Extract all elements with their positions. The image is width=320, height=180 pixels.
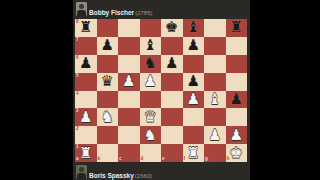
square-g7[interactable] bbox=[204, 37, 226, 55]
square-g3[interactable] bbox=[204, 108, 226, 126]
square-f7[interactable]: ♟ bbox=[183, 37, 205, 55]
avatar-body-icon bbox=[77, 10, 86, 16]
square-d1[interactable]: d bbox=[140, 144, 162, 162]
file-label-d: d bbox=[141, 157, 144, 162]
black-pawn-f5[interactable]: ♟ bbox=[183, 73, 205, 91]
player-line-bottom: Boris Spassky(2660) bbox=[89, 165, 152, 180]
square-e4[interactable] bbox=[161, 91, 183, 109]
square-d3[interactable]: ♛ bbox=[140, 108, 162, 126]
avatar-head-icon bbox=[79, 167, 84, 172]
player-info-bottom: Boris Spassky(2660) ♟♟♞ bbox=[89, 163, 152, 180]
player-name-bottom: Boris Spassky bbox=[89, 172, 134, 179]
file-label-c: c bbox=[119, 157, 122, 162]
square-a1[interactable]: 1a♜ bbox=[75, 144, 97, 162]
square-b7[interactable]: ♟ bbox=[97, 37, 119, 55]
square-e3[interactable] bbox=[161, 108, 183, 126]
square-b6[interactable] bbox=[97, 55, 119, 73]
square-e7[interactable] bbox=[161, 37, 183, 55]
square-a2[interactable]: 2 bbox=[75, 126, 97, 144]
square-a4[interactable]: 4 bbox=[75, 91, 97, 109]
square-c7[interactable] bbox=[118, 37, 140, 55]
square-b4[interactable] bbox=[97, 91, 119, 109]
square-d5[interactable]: ♟ bbox=[140, 73, 162, 91]
square-b8[interactable] bbox=[97, 19, 119, 37]
avatar-body-icon bbox=[77, 173, 86, 179]
black-pawn-e6[interactable]: ♟ bbox=[161, 55, 183, 73]
chess-board[interactable]: 8♜♚♝♜7♟♝♟6♟♞♟5♛♟♟♟4♟♝♟3♟♞♛2♞♟♟1a♜bcdef♜g… bbox=[75, 19, 247, 162]
player-rating-top: (2785) bbox=[135, 10, 152, 16]
square-b3[interactable]: ♞ bbox=[97, 108, 119, 126]
player-avatar-top[interactable] bbox=[76, 2, 87, 16]
black-king-e8[interactable]: ♚ bbox=[161, 19, 183, 37]
content-column: Bobby Fischer(2785) ♙♙♗ 8♜♚♝♜7♟♝♟6♟♞♟5♛♟… bbox=[73, 0, 250, 180]
square-g4[interactable]: ♝ bbox=[204, 91, 226, 109]
white-king-h1[interactable]: ♚ bbox=[226, 144, 248, 162]
file-label-e: e bbox=[162, 157, 165, 162]
rank-label-2: 2 bbox=[76, 127, 79, 132]
square-e6[interactable]: ♟ bbox=[161, 55, 183, 73]
black-rook-a8[interactable]: ♜ bbox=[75, 19, 97, 37]
white-queen-d3[interactable]: ♛ bbox=[140, 108, 162, 126]
white-pawn-c5[interactable]: ♟ bbox=[118, 73, 140, 91]
square-g6[interactable] bbox=[204, 55, 226, 73]
white-knight-b3[interactable]: ♞ bbox=[97, 108, 119, 126]
square-d7[interactable]: ♝ bbox=[140, 37, 162, 55]
player-bar-bottom: Boris Spassky(2660) ♟♟♞ bbox=[73, 163, 250, 180]
rank-label-5: 5 bbox=[76, 74, 79, 79]
player-avatar-bottom[interactable] bbox=[76, 165, 87, 179]
black-pawn-a6[interactable]: ♟ bbox=[75, 55, 97, 73]
white-pawn-h2[interactable]: ♟ bbox=[226, 126, 248, 144]
square-c3[interactable] bbox=[118, 108, 140, 126]
avatar-head-icon bbox=[79, 4, 84, 9]
white-pawn-f4[interactable]: ♟ bbox=[183, 91, 205, 109]
square-d4[interactable] bbox=[140, 91, 162, 109]
video-frame: Bobby Fischer(2785) ♙♙♗ 8♜♚♝♜7♟♝♟6♟♞♟5♛♟… bbox=[0, 0, 320, 180]
square-f4[interactable]: ♟ bbox=[183, 91, 205, 109]
square-e5[interactable] bbox=[161, 73, 183, 91]
black-rook-h8[interactable]: ♜ bbox=[226, 19, 248, 37]
square-h8[interactable]: ♜ bbox=[226, 19, 248, 37]
file-label-g: g bbox=[205, 157, 208, 162]
square-h1[interactable]: h♚ bbox=[226, 144, 248, 162]
square-a8[interactable]: 8♜ bbox=[75, 19, 97, 37]
square-f1[interactable]: f♜ bbox=[183, 144, 205, 162]
square-h6[interactable] bbox=[226, 55, 248, 73]
square-a6[interactable]: 6♟ bbox=[75, 55, 97, 73]
square-b5[interactable]: ♛ bbox=[97, 73, 119, 91]
file-label-b: b bbox=[98, 157, 101, 162]
square-h5[interactable] bbox=[226, 73, 248, 91]
square-a5[interactable]: 5 bbox=[75, 73, 97, 91]
black-knight-d6[interactable]: ♞ bbox=[140, 55, 162, 73]
square-f3[interactable] bbox=[183, 108, 205, 126]
square-a3[interactable]: 3♟ bbox=[75, 108, 97, 126]
rank-label-4: 4 bbox=[76, 92, 79, 97]
white-pawn-g2[interactable]: ♟ bbox=[204, 126, 226, 144]
square-c8[interactable] bbox=[118, 19, 140, 37]
square-f5[interactable]: ♟ bbox=[183, 73, 205, 91]
player-bar-top: Bobby Fischer(2785) ♙♙♗ bbox=[73, 0, 250, 19]
white-rook-a1[interactable]: ♜ bbox=[75, 144, 97, 162]
square-c1[interactable]: c bbox=[118, 144, 140, 162]
black-pawn-f7[interactable]: ♟ bbox=[183, 37, 205, 55]
square-c5[interactable]: ♟ bbox=[118, 73, 140, 91]
square-d6[interactable]: ♞ bbox=[140, 55, 162, 73]
square-b2[interactable] bbox=[97, 126, 119, 144]
white-knight-d2[interactable]: ♞ bbox=[140, 126, 162, 144]
black-pawn-h4[interactable]: ♟ bbox=[226, 91, 248, 109]
black-bishop-f8[interactable]: ♝ bbox=[183, 19, 205, 37]
rank-label-7: 7 bbox=[76, 38, 79, 43]
black-bishop-d7[interactable]: ♝ bbox=[140, 37, 162, 55]
square-g2[interactable]: ♟ bbox=[204, 126, 226, 144]
player-rating-bottom: (2660) bbox=[135, 173, 152, 179]
white-pawn-a3[interactable]: ♟ bbox=[75, 108, 97, 126]
square-g5[interactable] bbox=[204, 73, 226, 91]
square-f6[interactable] bbox=[183, 55, 205, 73]
square-c4[interactable] bbox=[118, 91, 140, 109]
square-e2[interactable] bbox=[161, 126, 183, 144]
black-queen-b5[interactable]: ♛ bbox=[97, 73, 119, 91]
square-e1[interactable]: e bbox=[161, 144, 183, 162]
square-h4[interactable]: ♟ bbox=[226, 91, 248, 109]
square-h3[interactable] bbox=[226, 108, 248, 126]
square-h2[interactable]: ♟ bbox=[226, 126, 248, 144]
square-h7[interactable] bbox=[226, 37, 248, 55]
black-pawn-b7[interactable]: ♟ bbox=[97, 37, 119, 55]
white-bishop-g4[interactable]: ♝ bbox=[204, 91, 226, 109]
square-g8[interactable] bbox=[204, 19, 226, 37]
square-d2[interactable]: ♞ bbox=[140, 126, 162, 144]
square-e8[interactable]: ♚ bbox=[161, 19, 183, 37]
square-f8[interactable]: ♝ bbox=[183, 19, 205, 37]
player-name-top: Bobby Fischer bbox=[89, 9, 134, 16]
square-f2[interactable] bbox=[183, 126, 205, 144]
square-b1[interactable]: b bbox=[97, 144, 119, 162]
white-rook-f1[interactable]: ♜ bbox=[183, 144, 205, 162]
player-line-top: Bobby Fischer(2785) bbox=[89, 2, 153, 18]
square-a7[interactable]: 7 bbox=[75, 37, 97, 55]
square-c2[interactable] bbox=[118, 126, 140, 144]
white-pawn-d5[interactable]: ♟ bbox=[140, 73, 162, 91]
square-c6[interactable] bbox=[118, 55, 140, 73]
square-d8[interactable] bbox=[140, 19, 162, 37]
square-g1[interactable]: g bbox=[204, 144, 226, 162]
